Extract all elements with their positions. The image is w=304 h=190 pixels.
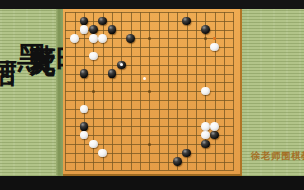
grid-line-horizontal — [65, 109, 234, 110]
hoshi-point — [148, 37, 151, 40]
stone-white — [210, 43, 219, 52]
stone-black-last-move — [117, 61, 126, 70]
stone-white — [98, 149, 107, 158]
stone-white — [80, 25, 89, 34]
stone-black — [108, 69, 117, 78]
grid-line-horizontal — [65, 153, 234, 154]
black-player-name: 柯洁 — [0, 36, 17, 40]
stone-black — [210, 131, 219, 140]
stone-black — [126, 34, 135, 43]
grid-line-horizontal — [65, 65, 234, 66]
grid-line-horizontal — [65, 47, 234, 48]
stone-black — [80, 17, 89, 26]
grid-line-horizontal — [65, 100, 234, 101]
hoshi-point — [92, 90, 95, 93]
grid-line-horizontal — [65, 82, 234, 83]
stone-black — [80, 122, 89, 131]
orange-hint-dot — [213, 37, 216, 40]
stone-white — [98, 34, 107, 43]
bottom-bar: 白棋 — [0, 176, 304, 190]
watermark-text: 徐老师围棋教室 — [251, 150, 304, 163]
stone-white — [80, 131, 89, 140]
stone-white — [89, 52, 98, 61]
black-player-label: 黑 — [17, 20, 47, 40]
hoshi-point — [204, 37, 207, 40]
top-bar — [0, 0, 304, 9]
stone-white — [201, 87, 210, 96]
stone-black — [201, 140, 210, 149]
stone-white — [70, 34, 79, 43]
stone-black — [89, 25, 98, 34]
hoshi-point — [148, 90, 151, 93]
go-board[interactable] — [63, 9, 242, 176]
cursor-dot — [143, 77, 146, 80]
stone-black — [201, 25, 210, 34]
grid-line-horizontal — [65, 12, 234, 13]
stone-black — [108, 25, 117, 34]
stone-black — [182, 149, 191, 158]
app-window: 白 芝野虎丸 黑 柯洁 徐老师围棋教室 白棋 — [0, 0, 304, 190]
grid-line-horizontal — [65, 170, 234, 171]
stone-black — [182, 17, 191, 26]
black-player-column: 黑 柯洁 — [0, 20, 47, 40]
stone-black — [80, 69, 89, 78]
hoshi-point — [148, 143, 151, 146]
stone-black — [173, 157, 182, 166]
grid-line-horizontal — [65, 118, 234, 119]
stone-white — [80, 105, 89, 114]
tatami-seam — [56, 9, 63, 176]
grid-line-horizontal — [65, 74, 234, 75]
stone-white — [210, 122, 219, 131]
stone-black — [98, 17, 107, 26]
stone-white — [201, 131, 210, 140]
grid-line-horizontal — [65, 162, 234, 163]
stone-white — [89, 140, 98, 149]
stone-white — [201, 122, 210, 131]
grid-line-horizontal — [65, 21, 234, 22]
stone-white — [89, 34, 98, 43]
